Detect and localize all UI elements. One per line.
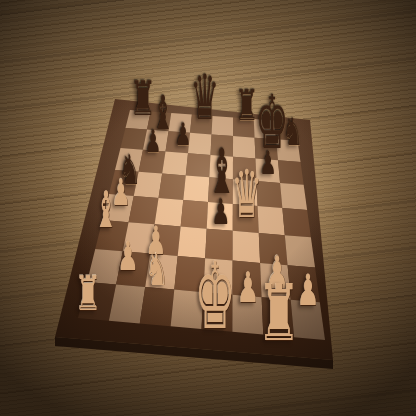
piece-black-p-c7[interactable]: ♟ — [175, 119, 192, 150]
chess-scene: ♜♛♜♝♚♞♟♟♟♞♝♟♟♝♛♟♟♞♜♟♟♟♚♜ — [0, 0, 416, 416]
piece-black-q-d8[interactable]: ♛ — [191, 67, 220, 129]
piece-white-b-a3[interactable]: ♝ — [94, 185, 117, 235]
piece-white-q-f4[interactable]: ♛ — [232, 162, 263, 228]
piece-white-r-a1[interactable]: ♜ — [75, 269, 102, 317]
piece-black-p-b6[interactable]: ♟ — [145, 126, 162, 157]
piece-white-n-c2[interactable]: ♞ — [145, 248, 169, 292]
piece-white-p-b2[interactable]: ♟ — [117, 236, 139, 276]
piece-white-k-e1[interactable]: ♚ — [194, 251, 235, 343]
piece-black-p-e4[interactable]: ♟ — [212, 195, 231, 230]
piece-white-p-f2[interactable]: ♟ — [237, 267, 260, 309]
chess-pieces: ♜♛♜♝♚♞♟♟♟♞♝♟♟♝♛♟♟♞♜♟♟♟♚♜ — [0, 0, 416, 416]
piece-white-r-g1[interactable]: ♜ — [257, 274, 300, 352]
